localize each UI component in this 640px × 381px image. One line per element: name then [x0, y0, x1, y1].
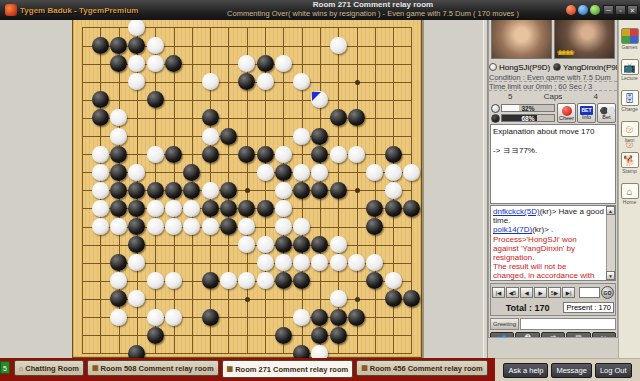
- board-icon: ▦: [361, 364, 368, 372]
- black-stone: [275, 236, 292, 253]
- menu-button[interactable]: ▤ Menu: [566, 332, 590, 338]
- black-stone: [385, 290, 402, 307]
- board-icon: ▦: [92, 364, 99, 372]
- app-icon: [5, 4, 17, 16]
- tab-room-456[interactable]: ▦ Room 456 Comment relay room: [356, 360, 488, 376]
- white-stone: [202, 218, 219, 235]
- black-stone: [330, 109, 347, 126]
- black-captures: 4: [574, 92, 617, 101]
- bet-button[interactable]: ⚫⚪ Bet: [597, 103, 616, 123]
- greeting-button[interactable]: Greeting: [490, 318, 519, 330]
- black-stone: [110, 200, 127, 217]
- window-title: Tygem Baduk - TygemPremium: [20, 6, 180, 15]
- white-stone: [257, 236, 274, 253]
- white-stone: [147, 218, 164, 235]
- black-stone: [220, 200, 237, 217]
- white-stone: [275, 218, 292, 235]
- info-panel: e: 二海超袢・- commentator: ❀❀❀❀ HongSJi(P9D)…: [488, 0, 618, 338]
- scroll-down-icon[interactable]: ▼: [606, 271, 615, 280]
- white-stone: [202, 128, 219, 145]
- white-stone: [311, 164, 328, 181]
- white-stone: [385, 272, 402, 289]
- footer-buttons: Ask a help Message Log Out: [495, 358, 640, 381]
- black-player-name: YangDinxin(P9D): [563, 63, 617, 72]
- white-stone: [293, 218, 310, 235]
- white-stone: [275, 146, 292, 163]
- menu-icon: ▤: [575, 334, 582, 338]
- black-stone: [330, 309, 347, 326]
- white-vote-bar: 32%: [501, 104, 555, 112]
- black-stone: [183, 164, 200, 181]
- black-stone: [275, 272, 292, 289]
- black-stone: [293, 182, 310, 199]
- white-stone: [92, 218, 109, 235]
- nav-forward-button[interactable]: ▶: [534, 287, 547, 298]
- chat-input[interactable]: [520, 318, 616, 330]
- black-stone: [147, 182, 164, 199]
- nav-back-button[interactable]: ◀: [520, 287, 533, 298]
- go-board[interactable]: [72, 20, 422, 358]
- white-stone: [147, 309, 164, 326]
- white-stone: [110, 128, 127, 145]
- black-stone: [311, 128, 328, 145]
- side-icon-strip: Games 📺 Lecture 🗄 Charge ㋡㋡ Item 🐕 Stamp…: [618, 20, 640, 358]
- go-button[interactable]: GO: [601, 286, 614, 299]
- white-stone: [348, 146, 365, 163]
- black-stone: [311, 146, 328, 163]
- black-stone: [202, 309, 219, 326]
- lecture-button[interactable]: 📺 Lecture: [620, 59, 640, 81]
- white-stone: [165, 309, 182, 326]
- white-stone: [385, 164, 402, 181]
- game-status-line: Commenting Over( white wins by resignati…: [180, 10, 566, 18]
- white-stone: [293, 309, 310, 326]
- black-stone: [202, 146, 219, 163]
- charge-icon: 🗄: [621, 90, 639, 106]
- black-stone: [220, 128, 237, 145]
- white-stone: [92, 200, 109, 217]
- black-stone: [311, 327, 328, 344]
- white-stone: [92, 146, 109, 163]
- last-move-marker: [312, 92, 321, 101]
- white-stone: [202, 73, 219, 90]
- white-stone: [293, 164, 310, 181]
- hoshi-point: [355, 80, 360, 85]
- white-stone: [128, 164, 145, 181]
- nav-last-button[interactable]: ▶|: [562, 287, 575, 298]
- message-button[interactable]: Message: [551, 363, 591, 378]
- black-stone: [165, 146, 182, 163]
- white-stone: [147, 37, 164, 54]
- black-stone: [147, 327, 164, 344]
- black-stone: [275, 164, 292, 181]
- hoshi-point: [355, 297, 360, 302]
- black-vote-bar: 68%: [501, 114, 555, 122]
- white-stone: [275, 200, 292, 217]
- tv-icon: 📺: [621, 59, 639, 75]
- key-icon[interactable]: [590, 5, 600, 15]
- scroll-up-icon[interactable]: ▲: [606, 206, 615, 215]
- white-player-name-cell: HongSJi(P9D): [489, 61, 553, 73]
- black-stone: [183, 182, 200, 199]
- white-stone: [147, 200, 164, 217]
- white-stone: [257, 254, 274, 271]
- black-stone: [275, 327, 292, 344]
- white-stone: [403, 164, 420, 181]
- white-stone: [275, 254, 292, 271]
- black-stone: [293, 345, 310, 358]
- move-navigation: |◀ ◀5 ◀ ▶ 5▶ ▶| GO Total : 170 Present :…: [490, 283, 616, 316]
- quit-button[interactable]: ↪ Quit: [592, 332, 616, 338]
- taskbar-chip[interactable]: 5: [0, 361, 10, 374]
- captures-row: 5 Caps 4: [489, 91, 617, 102]
- black-stone: [202, 272, 219, 289]
- nav-first-button[interactable]: |◀: [492, 287, 505, 298]
- black-stone: [92, 91, 109, 108]
- white-stone: [330, 290, 347, 307]
- black-stone: [257, 55, 274, 72]
- white-stone: [165, 200, 182, 217]
- chat-user[interactable]: poik14(7D): [493, 225, 532, 234]
- white-stone: [202, 182, 219, 199]
- tab-room-271[interactable]: ▦ Room 271 Comment relay room: [222, 360, 354, 378]
- black-vote-pct: 68%: [502, 115, 554, 122]
- item-button[interactable]: ㋡㋡ Item: [620, 121, 640, 143]
- black-stone: [220, 182, 237, 199]
- sequence-button[interactable]: ➐ Sequence: [515, 332, 540, 338]
- white-stone: [92, 164, 109, 181]
- black-stone: [147, 91, 164, 108]
- black-stone: [330, 327, 347, 344]
- total-moves: Total : 170: [492, 303, 563, 313]
- globe-icon[interactable]: [578, 5, 588, 15]
- hoshi-point: [245, 297, 250, 302]
- white-stone: [330, 146, 347, 163]
- board-icon: ▦: [227, 365, 234, 373]
- faces-icon: ㋡㋡: [621, 121, 639, 137]
- black-stone: [238, 200, 255, 217]
- white-vote-pct: 32%: [502, 105, 554, 112]
- black-stone: [165, 55, 182, 72]
- black-stone: [110, 182, 127, 199]
- home-button[interactable]: ⌂ Home: [620, 183, 640, 205]
- white-stone: [110, 218, 127, 235]
- games-icon: [621, 28, 639, 44]
- black-stone: [110, 37, 127, 54]
- black-stone: [202, 109, 219, 126]
- nav-forward5-button[interactable]: 5▶: [548, 287, 561, 298]
- black-stone: [311, 309, 328, 326]
- white-captures: 5: [489, 92, 532, 101]
- white-stone: [330, 37, 347, 54]
- chat-user[interactable]: dnfkckck(5D): [493, 207, 540, 216]
- white-stone: [293, 128, 310, 145]
- quit-icon: ↪: [601, 334, 607, 338]
- cheer-button[interactable]: Cheer: [557, 103, 576, 123]
- flower-decoration-icon: ❀❀❀❀: [557, 49, 572, 57]
- close-button[interactable]: ✕: [627, 5, 638, 15]
- people-icon: 👥: [498, 334, 507, 338]
- white-stone: [165, 218, 182, 235]
- black-player-name-cell: YangDinxin(P9D): [553, 61, 617, 73]
- black-stone: [238, 146, 255, 163]
- white-stone: [110, 309, 127, 326]
- white-stone: [330, 236, 347, 253]
- black-stone: [202, 200, 219, 217]
- white-stone: [330, 254, 347, 271]
- info-button[interactable]: BET Info: [577, 103, 596, 123]
- house-icon: ⌂: [19, 365, 23, 372]
- white-stone: [147, 55, 164, 72]
- black-stone-icon: [553, 63, 561, 71]
- nav-back5-button[interactable]: ◀5: [506, 287, 519, 298]
- tab-room-508[interactable]: ▦ Room 508 Comment relay room: [87, 360, 219, 376]
- black-stone: [348, 309, 365, 326]
- games-button[interactable]: Games: [620, 28, 640, 50]
- present-move: Present : 170: [563, 302, 614, 313]
- maximize-button[interactable]: ▫: [615, 5, 626, 15]
- black-stone: [385, 200, 402, 217]
- chat-button[interactable]: 👥 Chat: [490, 332, 514, 338]
- black-stone: [385, 146, 402, 163]
- stamp-icon: 🐕: [621, 152, 639, 168]
- white-stone: [257, 73, 274, 90]
- black-stone: [92, 37, 109, 54]
- white-stone: [385, 182, 402, 199]
- chat-box[interactable]: dnfkckck(5D)(kr)> Have a good time. poik…: [490, 205, 616, 281]
- time-limit-text: Time limit our 0min : 60 Sec / 3: [489, 82, 617, 91]
- black-stone: [220, 218, 237, 235]
- brush-icon[interactable]: [566, 5, 576, 15]
- sequence-icon: ➐: [525, 334, 531, 338]
- system-message: Process>'HongSJi' won against 'YangDinxi…: [493, 235, 613, 281]
- white-stone: [257, 164, 274, 181]
- stamp-button[interactable]: 🐕 Stamp: [620, 152, 640, 174]
- room-tab-bar: 5 ⌂ Chatting Room ▦ Room 508 Comment rel…: [0, 358, 640, 381]
- white-player-name: HongSJi(P9D): [499, 63, 550, 72]
- chat-scrollbar[interactable]: ▲ ▼: [606, 206, 615, 280]
- white-stone: [147, 272, 164, 289]
- white-stone: [92, 182, 109, 199]
- move-explanation-box: Explanation about move 170 -> ヨヨ77%.: [490, 124, 616, 204]
- logout-button[interactable]: Log Out: [595, 363, 632, 378]
- home-icon: ⌂: [621, 183, 639, 199]
- white-stone: [257, 272, 274, 289]
- white-stone: [275, 55, 292, 72]
- white-stone: [366, 164, 383, 181]
- black-player-photo: ❀❀❀❀: [554, 15, 615, 59]
- black-knob-icon[interactable]: [491, 114, 500, 123]
- white-stone: [147, 146, 164, 163]
- hoshi-point: [355, 188, 360, 193]
- grid-line: [82, 335, 412, 336]
- review-icon: ⇄: [550, 334, 556, 338]
- grid-line: [375, 27, 376, 354]
- title-bar[interactable]: Tygem Baduk - TygemPremium Room 271 Comm…: [0, 0, 640, 20]
- ask-help-button[interactable]: Ask a help: [503, 363, 548, 378]
- move-number-input[interactable]: [579, 287, 600, 298]
- black-stone: [330, 182, 347, 199]
- black-stone: [165, 182, 182, 199]
- black-stone: [257, 200, 274, 217]
- tab-chatting-room[interactable]: ⌂ Chatting Room: [14, 360, 84, 376]
- white-stone: [275, 182, 292, 199]
- minimize-button[interactable]: ─: [603, 5, 614, 15]
- charge-button[interactable]: 🗄 Charge: [620, 90, 640, 112]
- balloon-icon: [562, 106, 572, 116]
- white-stone-icon: [489, 63, 497, 71]
- black-stone: [257, 146, 274, 163]
- white-player-photo: [491, 15, 552, 59]
- black-stone: [110, 146, 127, 163]
- black-stone: [403, 200, 420, 217]
- condition-text: Condition : Even game with 7.5 Dum: [489, 73, 617, 82]
- white-knob-icon[interactable]: [491, 104, 500, 113]
- captures-label: Caps: [532, 92, 575, 101]
- review-button[interactable]: ⇄ Review: [541, 332, 565, 338]
- black-stone: [110, 164, 127, 181]
